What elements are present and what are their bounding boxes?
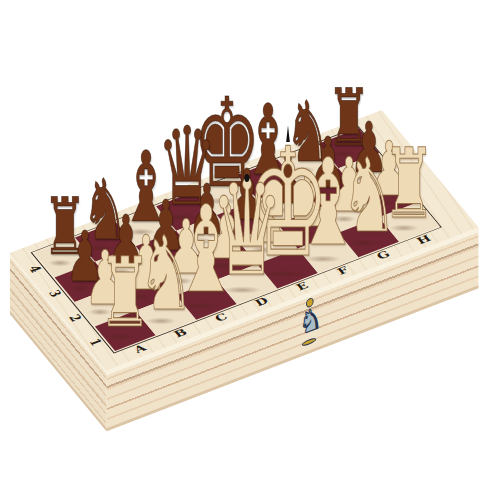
knight-emblem-icon: ♞ xyxy=(299,301,322,340)
piece-light-rook-a1[interactable]: ♜ xyxy=(99,245,152,341)
knight-logo: ♞ xyxy=(299,294,321,348)
king-spike-finial xyxy=(285,125,290,142)
chess-box-photo: ♞ ABCDEFGH4321 ♜♞♝♛♚♝♞♜♟♟♟♟♟♟♟♟♟♟♟♟♟♟♟♟♜… xyxy=(0,0,500,500)
queen-ball-finial xyxy=(245,174,250,182)
